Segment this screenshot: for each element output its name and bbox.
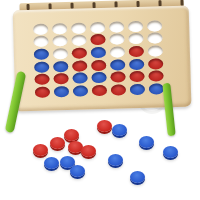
red-disc [148,71,163,82]
board-cell-r3c1[interactable] [32,48,51,61]
board-cell-r3c4[interactable] [89,46,108,59]
board-cell-r2c2[interactable] [50,35,69,48]
red-loose-disc[interactable] [50,137,65,149]
empty-hole [148,45,163,56]
empty-hole [90,22,105,33]
empty-hole [33,23,48,34]
blue-disc [34,49,49,60]
board-cell-r2c3[interactable] [69,34,88,47]
board-cell-r4c7[interactable] [146,57,165,70]
board-cell-r2c4[interactable] [88,33,107,46]
red-disc [110,72,125,83]
empty-hole [52,23,67,34]
board-cell-r4c2[interactable] [51,60,70,73]
board-cell-r5c3[interactable] [70,72,89,85]
red-disc [35,87,50,98]
board-cell-r6c5[interactable] [109,84,128,97]
board-cell-r1c3[interactable] [69,21,88,34]
blue-disc [53,61,68,72]
board-cell-r4c5[interactable] [108,58,127,71]
blue-disc [72,73,87,84]
board-cell-r1c5[interactable] [107,20,126,33]
blue-loose-disc[interactable] [130,171,145,183]
board-cell-r3c3[interactable] [70,47,89,60]
red-disc [72,48,87,59]
board-cell-r5c5[interactable] [108,71,127,84]
board-cell-r5c7[interactable] [146,70,165,83]
board-cell-r2c1[interactable] [31,35,50,48]
red-loose-disc[interactable] [33,144,48,156]
board-cell-r3c7[interactable] [146,45,165,58]
red-disc [92,85,107,96]
blue-disc [73,86,88,97]
empty-hole [128,21,143,32]
empty-hole [147,33,162,44]
red-disc [111,85,126,96]
board-cell-r1c2[interactable] [50,22,69,35]
red-disc [129,71,144,82]
red-disc [53,73,68,84]
empty-hole [71,22,86,33]
board-cell-r5c4[interactable] [89,71,108,84]
red-disc [90,34,105,45]
blue-loose-disc[interactable] [112,124,127,136]
blue-disc [34,61,49,72]
blue-disc [129,59,144,70]
empty-hole [109,34,124,45]
board-cell-r2c7[interactable] [145,32,164,45]
red-disc [148,58,163,69]
blue-loose-disc[interactable] [44,157,59,169]
board-cell-r1c1[interactable] [31,22,50,35]
red-loose-disc[interactable] [64,129,79,141]
empty-hole [52,35,67,46]
blue-disc [110,59,125,70]
blue-loose-disc[interactable] [163,146,178,158]
empty-hole [33,36,48,47]
board-cell-r5c6[interactable] [127,70,146,83]
empty-hole [110,47,125,58]
board-cell-r6c6[interactable] [128,83,147,96]
board-cell-r4c4[interactable] [89,59,108,72]
blue-disc [91,72,106,83]
board-cell-r1c7[interactable] [145,19,164,32]
red-disc [72,60,87,71]
board-cell-r6c2[interactable] [52,85,71,98]
board-cell-r4c3[interactable] [70,59,89,72]
board-cell-r3c2[interactable] [51,47,70,60]
board-grid [31,19,166,99]
red-disc [91,60,106,71]
red-loose-disc[interactable] [81,145,96,157]
board-cell-r1c4[interactable] [88,21,107,34]
blue-loose-disc[interactable] [70,165,85,177]
blue-disc [130,84,145,95]
blue-disc [54,86,69,97]
board-cell-r1c6[interactable] [126,20,145,33]
board-cell-r4c1[interactable] [32,60,51,73]
red-disc [34,74,49,85]
board-cell-r6c4[interactable] [90,84,109,97]
board-cell-r6c1[interactable] [33,86,52,99]
board-cell-r5c1[interactable] [32,73,51,86]
empty-hole [53,48,68,59]
blue-disc [91,47,106,58]
board-cell-r3c5[interactable] [108,46,127,59]
scene [0,0,200,200]
blue-loose-disc[interactable] [139,136,154,148]
empty-hole [128,33,143,44]
board-cell-r3c6[interactable] [127,45,146,58]
board-cell-r2c6[interactable] [126,32,145,45]
empty-hole [147,20,162,31]
empty-hole [71,35,86,46]
board-cell-r5c2[interactable] [51,73,70,86]
board-cell-r2c5[interactable] [107,33,126,46]
empty-hole [109,21,124,32]
blue-loose-disc[interactable] [108,154,123,166]
board-cell-r6c3[interactable] [71,85,90,98]
red-loose-disc[interactable] [97,120,112,132]
red-disc [129,46,144,57]
board-cell-r4c6[interactable] [127,58,146,71]
